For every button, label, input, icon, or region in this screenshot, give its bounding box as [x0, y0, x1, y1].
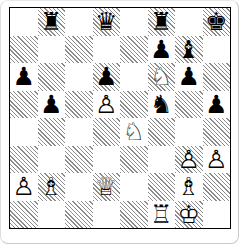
- square-e5[interactable]: [120, 91, 148, 119]
- square-h4[interactable]: [203, 118, 231, 146]
- square-e7[interactable]: [120, 36, 148, 64]
- square-g6[interactable]: ♟♟: [175, 63, 203, 91]
- piece-wk-g1: ♔: [175, 201, 203, 229]
- square-c5[interactable]: [65, 91, 93, 119]
- square-d6[interactable]: ♟♟: [93, 63, 121, 91]
- square-c6[interactable]: [65, 63, 93, 91]
- square-f1[interactable]: ♜♖: [148, 201, 176, 229]
- square-b1[interactable]: [38, 201, 66, 229]
- square-d5[interactable]: ♟♙: [93, 91, 121, 119]
- square-h1[interactable]: [203, 201, 231, 229]
- square-c4[interactable]: [65, 118, 93, 146]
- square-b8[interactable]: ♜♜: [38, 8, 66, 36]
- square-a5[interactable]: [10, 91, 38, 119]
- square-c2[interactable]: [65, 173, 93, 201]
- square-b7[interactable]: [38, 36, 66, 64]
- piece-wb-g2: ♗: [175, 173, 203, 201]
- square-a6[interactable]: ♟♟: [10, 63, 38, 91]
- square-d1[interactable]: [93, 201, 121, 229]
- piece-bp-g6: ♟: [175, 63, 203, 91]
- square-g8[interactable]: [175, 8, 203, 36]
- square-e1[interactable]: [120, 201, 148, 229]
- piece-bp-f7: ♟: [148, 36, 176, 64]
- diagram-frame: ♜♜♛♛♜♜♚♚♟♟♝♝♟♟♟♟♞♘♟♟♟♟♟♙♞♞♟♟♞♘♟♙♟♙♟♙♝♗♛♕…: [0, 0, 239, 244]
- square-e8[interactable]: [120, 8, 148, 36]
- square-h8[interactable]: ♚♚: [203, 8, 231, 36]
- square-f2[interactable]: [148, 173, 176, 201]
- square-g7[interactable]: ♝♝: [175, 36, 203, 64]
- square-g1[interactable]: ♚♔: [175, 201, 203, 229]
- piece-wb-b2: ♗: [38, 173, 66, 201]
- square-h3[interactable]: ♟♙: [203, 146, 231, 174]
- square-f8[interactable]: ♜♜: [148, 8, 176, 36]
- square-a2[interactable]: ♟♙: [10, 173, 38, 201]
- square-b4[interactable]: [38, 118, 66, 146]
- square-f7[interactable]: ♟♟: [148, 36, 176, 64]
- square-a1[interactable]: [10, 201, 38, 229]
- square-c3[interactable]: [65, 146, 93, 174]
- square-c1[interactable]: [65, 201, 93, 229]
- piece-bq-d8: ♛: [93, 8, 121, 36]
- square-g5[interactable]: [175, 91, 203, 119]
- square-a7[interactable]: [10, 36, 38, 64]
- piece-bp-a6: ♟: [10, 63, 38, 91]
- piece-wp-g3: ♙: [175, 146, 203, 174]
- square-a4[interactable]: [10, 118, 38, 146]
- square-b6[interactable]: [38, 63, 66, 91]
- square-d4[interactable]: [93, 118, 121, 146]
- square-f6[interactable]: ♞♘: [148, 63, 176, 91]
- square-g3[interactable]: ♟♙: [175, 146, 203, 174]
- piece-wq-d2: ♕: [93, 173, 121, 201]
- piece-wn-e4: ♘: [120, 118, 148, 146]
- square-c8[interactable]: [65, 8, 93, 36]
- piece-wr-f1: ♖: [148, 201, 176, 229]
- square-e2[interactable]: [120, 173, 148, 201]
- square-b3[interactable]: [38, 146, 66, 174]
- piece-wp-d5: ♙: [93, 91, 121, 119]
- piece-wn-f6: ♘: [148, 63, 176, 91]
- piece-bb-g7: ♝: [175, 36, 203, 64]
- square-e6[interactable]: [120, 63, 148, 91]
- square-h5[interactable]: ♟♟: [203, 91, 231, 119]
- piece-br-f8: ♜: [148, 8, 176, 36]
- square-g4[interactable]: [175, 118, 203, 146]
- piece-bp-h5: ♟: [203, 91, 231, 119]
- piece-bp-b5: ♟: [38, 91, 66, 119]
- square-e3[interactable]: [120, 146, 148, 174]
- square-d3[interactable]: [93, 146, 121, 174]
- square-d2[interactable]: ♛♕: [93, 173, 121, 201]
- chess-board: ♜♜♛♛♜♜♚♚♟♟♝♝♟♟♟♟♞♘♟♟♟♟♟♙♞♞♟♟♞♘♟♙♟♙♟♙♝♗♛♕…: [9, 7, 231, 229]
- square-h7[interactable]: [203, 36, 231, 64]
- square-h6[interactable]: [203, 63, 231, 91]
- square-f4[interactable]: [148, 118, 176, 146]
- square-b2[interactable]: ♝♗: [38, 173, 66, 201]
- square-h2[interactable]: [203, 173, 231, 201]
- piece-bk-h8: ♚: [203, 8, 231, 36]
- square-d8[interactable]: ♛♛: [93, 8, 121, 36]
- square-a3[interactable]: [10, 146, 38, 174]
- piece-wp-a2: ♙: [10, 173, 38, 201]
- square-a8[interactable]: [10, 8, 38, 36]
- square-d7[interactable]: [93, 36, 121, 64]
- piece-bn-f5: ♞: [148, 91, 176, 119]
- square-g2[interactable]: ♝♗: [175, 173, 203, 201]
- square-c7[interactable]: [65, 36, 93, 64]
- piece-br-b8: ♜: [38, 8, 66, 36]
- square-f5[interactable]: ♞♞: [148, 91, 176, 119]
- square-b5[interactable]: ♟♟: [38, 91, 66, 119]
- square-e4[interactable]: ♞♘: [120, 118, 148, 146]
- square-f3[interactable]: [148, 146, 176, 174]
- piece-bp-d6: ♟: [93, 63, 121, 91]
- piece-wp-h3: ♙: [203, 146, 231, 174]
